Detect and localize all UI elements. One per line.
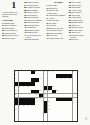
cell-number: 9 (52, 71, 53, 72)
cell-number: 46 (15, 117, 17, 118)
cell-number: 14 (56, 78, 58, 79)
cell-number: 41 (48, 105, 50, 106)
cell-number: 25 (40, 90, 42, 91)
cell-number: 13 (40, 78, 42, 79)
cell-number: 38 (23, 105, 25, 106)
cell-number: 30 (35, 94, 37, 95)
cell-number: 5 (35, 71, 36, 72)
crossword-grid: 1567891011121314151617181920212223242526… (14, 70, 78, 122)
cell-number: 21 (23, 86, 25, 87)
cell-number: 34 (35, 101, 37, 102)
page-number: 9 (85, 118, 87, 121)
clue: 46 Neat and tidy (24, 38, 43, 40)
cell-number: 28 (56, 90, 58, 91)
cell-number: 40 (31, 105, 33, 106)
clue-columns: 1 A quick warm-up puzzle to get you star… (2, 1, 88, 67)
cell-number: 1 (15, 71, 16, 72)
cell-number: 8 (48, 71, 49, 72)
puzzle-blurb: A quick warm-up puzzle to get you starte… (2, 11, 21, 18)
clue: 19 Signal light (2, 37, 21, 39)
cell-number: 23 (52, 86, 54, 87)
cell-number: 33 (40, 98, 42, 99)
cell-number: 7 (44, 71, 45, 72)
grid-cell[interactable] (73, 117, 77, 121)
clue-number: 44 (24, 34, 26, 36)
cell-number: 24 (15, 90, 17, 91)
cell-number: 44 (15, 113, 17, 114)
cell-number: 17 (69, 78, 71, 79)
clue: 17 Large water jug (47, 37, 66, 39)
cell-number: 15 (60, 78, 62, 79)
clue-number: 45 (69, 38, 71, 40)
clue-number: 19 (2, 37, 4, 39)
cell-number: 27 (48, 90, 50, 91)
cell-number: 39 (27, 105, 29, 106)
cell-number: 22 (27, 86, 29, 87)
cell-number: 16 (65, 78, 67, 79)
cell-number: 35 (48, 101, 50, 102)
cell-number: 45 (44, 113, 46, 114)
cell-number: 32 (35, 98, 37, 99)
puzzle-page: 1 A quick warm-up puzzle to get you star… (0, 0, 90, 125)
cell-number: 36 (15, 105, 17, 106)
clue: 5 Household rubbish (47, 14, 66, 16)
clue-number: 40 (69, 34, 71, 36)
cell-number: 18 (35, 82, 37, 83)
cell-number: 37 (19, 105, 21, 106)
clue: 45 Pig pen (69, 38, 88, 40)
grid-cells: 1567891011121314151617181920212223242526… (15, 71, 77, 121)
cell-number: 20 (19, 86, 21, 87)
cell-number: 6 (40, 71, 41, 72)
cell-number: 11 (15, 74, 16, 75)
clue-number: 46 (24, 38, 26, 40)
cell-number: 29 (15, 94, 17, 95)
cell-number: 19 (15, 86, 17, 87)
puzzle-number: 1 (2, 1, 21, 10)
cell-number: 26 (44, 90, 46, 91)
cell-number: 12 (15, 78, 17, 79)
down-clue-list: 1 Stair post2 Not sweet3 Frozen rain4 Ma… (47, 1, 89, 40)
clue-number: 17 (47, 37, 49, 39)
cell-number: 10 (73, 71, 75, 72)
cell-number: 31 (44, 94, 46, 95)
cell-number: 42 (15, 109, 17, 110)
cell-number: 43 (48, 109, 50, 110)
